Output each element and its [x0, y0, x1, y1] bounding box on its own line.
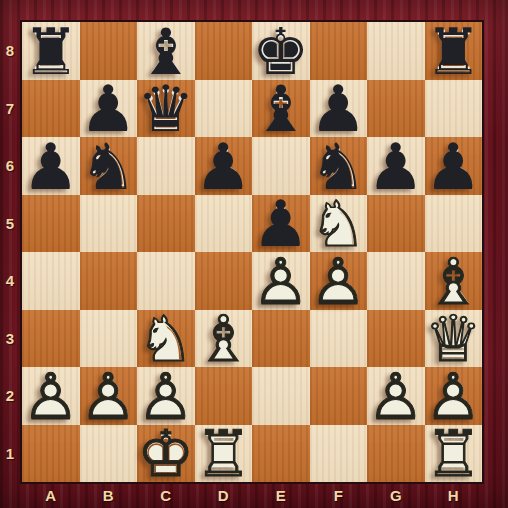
rank-label-2: 2 [0, 367, 20, 425]
black-pawn[interactable]: ♟♟ [252, 195, 310, 253]
black-bishop[interactable]: ♝♝ [252, 80, 310, 138]
white-bishop[interactable]: ♝♗ [195, 310, 253, 368]
square-d6[interactable]: ♟♟ [195, 137, 253, 195]
square-e8[interactable]: ♚♚ [252, 22, 310, 80]
board[interactable]: ♜♜♝♝♚♚♜♜♟♟♛♛♝♝♟♟♟♟♞♞♟♟♞♞♟♟♟♟♟♟♞♘♟♙♟♙♝♗♞♘… [20, 20, 484, 484]
piece-glyph: ♖ [425, 426, 483, 484]
square-b3[interactable] [80, 310, 138, 368]
white-pawn[interactable]: ♟♙ [22, 367, 80, 425]
square-a8[interactable]: ♜♜ [22, 22, 80, 80]
square-c2[interactable]: ♟♙ [137, 367, 195, 425]
rank-label-3: 3 [0, 310, 20, 368]
square-h6[interactable]: ♟♟ [425, 137, 483, 195]
black-queen[interactable]: ♛♛ [137, 80, 195, 138]
square-f4[interactable]: ♟♙ [310, 252, 368, 310]
square-f8[interactable] [310, 22, 368, 80]
white-pawn[interactable]: ♟♙ [367, 367, 425, 425]
piece-glyph: ♜ [22, 23, 80, 81]
square-c3[interactable]: ♞♘ [137, 310, 195, 368]
square-c1[interactable]: ♚♔ [137, 425, 195, 483]
piece-glyph: ♜ [425, 23, 483, 81]
square-e5[interactable]: ♟♟ [252, 195, 310, 253]
piece-glyph: ♟ [367, 138, 425, 196]
square-c8[interactable]: ♝♝ [137, 22, 195, 80]
piece-glyph: ♗ [195, 311, 253, 369]
rank-labels: 87654321 [0, 22, 20, 482]
file-labels: ABCDEFGH [22, 482, 482, 508]
square-c5[interactable] [137, 195, 195, 253]
white-knight[interactable]: ♞♘ [137, 310, 195, 368]
square-g2[interactable]: ♟♙ [367, 367, 425, 425]
white-pawn[interactable]: ♟♙ [137, 367, 195, 425]
square-f1[interactable] [310, 425, 368, 483]
piece-glyph: ♙ [310, 253, 368, 311]
square-g4[interactable] [367, 252, 425, 310]
square-b4[interactable] [80, 252, 138, 310]
rank-label-1: 1 [0, 425, 20, 483]
rank-label-8: 8 [0, 22, 20, 80]
white-pawn[interactable]: ♟♙ [80, 367, 138, 425]
square-g6[interactable]: ♟♟ [367, 137, 425, 195]
square-a2[interactable]: ♟♙ [22, 367, 80, 425]
white-rook[interactable]: ♜♖ [425, 425, 483, 483]
square-g7[interactable] [367, 80, 425, 138]
piece-glyph: ♙ [367, 368, 425, 426]
white-knight[interactable]: ♞♘ [310, 195, 368, 253]
black-rook[interactable]: ♜♜ [425, 22, 483, 80]
square-f2[interactable] [310, 367, 368, 425]
square-a3[interactable] [22, 310, 80, 368]
white-pawn[interactable]: ♟♙ [310, 252, 368, 310]
piece-glyph: ♟ [195, 138, 253, 196]
square-f7[interactable]: ♟♟ [310, 80, 368, 138]
black-knight[interactable]: ♞♞ [310, 137, 368, 195]
white-king[interactable]: ♚♔ [137, 425, 195, 483]
file-label-e: E [252, 482, 310, 508]
square-a6[interactable]: ♟♟ [22, 137, 80, 195]
square-e1[interactable] [252, 425, 310, 483]
square-e2[interactable] [252, 367, 310, 425]
black-pawn[interactable]: ♟♟ [367, 137, 425, 195]
file-label-b: B [80, 482, 138, 508]
square-g8[interactable] [367, 22, 425, 80]
square-e7[interactable]: ♝♝ [252, 80, 310, 138]
square-b8[interactable] [80, 22, 138, 80]
black-pawn[interactable]: ♟♟ [22, 137, 80, 195]
rank-label-7: 7 [0, 80, 20, 138]
square-f5[interactable]: ♞♘ [310, 195, 368, 253]
white-pawn[interactable]: ♟♙ [252, 252, 310, 310]
piece-glyph: ♝ [252, 81, 310, 139]
black-pawn[interactable]: ♟♟ [195, 137, 253, 195]
square-g3[interactable] [367, 310, 425, 368]
black-pawn[interactable]: ♟♟ [425, 137, 483, 195]
square-d1[interactable]: ♜♖ [195, 425, 253, 483]
piece-glyph: ♞ [80, 138, 138, 196]
piece-glyph: ♙ [22, 368, 80, 426]
file-label-g: G [367, 482, 425, 508]
square-h4[interactable]: ♝♗ [425, 252, 483, 310]
square-c4[interactable] [137, 252, 195, 310]
file-label-f: F [310, 482, 368, 508]
piece-glyph: ♟ [425, 138, 483, 196]
white-pawn[interactable]: ♟♙ [425, 367, 483, 425]
square-h8[interactable]: ♜♜ [425, 22, 483, 80]
black-rook[interactable]: ♜♜ [22, 22, 80, 80]
piece-glyph: ♟ [22, 138, 80, 196]
square-f6[interactable]: ♞♞ [310, 137, 368, 195]
piece-glyph: ♔ [137, 426, 195, 484]
piece-glyph: ♛ [137, 81, 195, 139]
piece-glyph: ♙ [252, 253, 310, 311]
square-b2[interactable]: ♟♙ [80, 367, 138, 425]
square-d4[interactable] [195, 252, 253, 310]
black-bishop[interactable]: ♝♝ [137, 22, 195, 80]
chessboard-frame: 87654321 ♜♜♝♝♚♚♜♜♟♟♛♛♝♝♟♟♟♟♞♞♟♟♞♞♟♟♟♟♟♟♞… [0, 0, 508, 508]
rank-label-4: 4 [0, 252, 20, 310]
square-c7[interactable]: ♛♛ [137, 80, 195, 138]
square-d7[interactable] [195, 80, 253, 138]
rank-label-6: 6 [0, 137, 20, 195]
square-h2[interactable]: ♟♙ [425, 367, 483, 425]
piece-glyph: ♖ [195, 426, 253, 484]
white-bishop[interactable]: ♝♗ [425, 252, 483, 310]
square-h1[interactable]: ♜♖ [425, 425, 483, 483]
black-pawn[interactable]: ♟♟ [80, 80, 138, 138]
white-queen[interactable]: ♛♕ [425, 310, 483, 368]
square-a4[interactable] [22, 252, 80, 310]
white-rook[interactable]: ♜♖ [195, 425, 253, 483]
square-d8[interactable] [195, 22, 253, 80]
black-pawn[interactable]: ♟♟ [310, 80, 368, 138]
black-knight[interactable]: ♞♞ [80, 137, 138, 195]
square-b6[interactable]: ♞♞ [80, 137, 138, 195]
black-king[interactable]: ♚♚ [252, 22, 310, 80]
piece-glyph: ♙ [80, 368, 138, 426]
square-b7[interactable]: ♟♟ [80, 80, 138, 138]
square-h3[interactable]: ♛♕ [425, 310, 483, 368]
file-label-a: A [22, 482, 80, 508]
square-e4[interactable]: ♟♙ [252, 252, 310, 310]
rank-label-5: 5 [0, 195, 20, 253]
square-d3[interactable]: ♝♗ [195, 310, 253, 368]
